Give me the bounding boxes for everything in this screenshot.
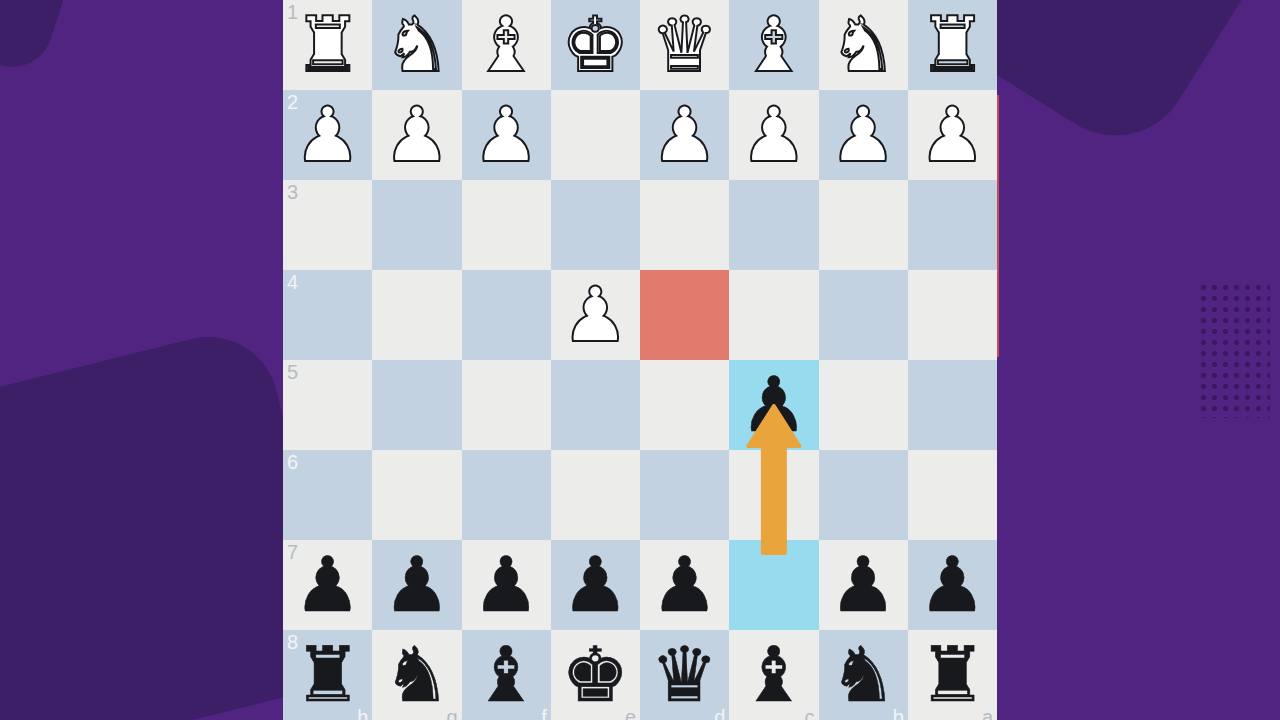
square-d7[interactable]: ♟ — [640, 540, 729, 630]
square-h2[interactable]: 2♟ — [283, 90, 372, 180]
piece-wP-f2[interactable]: ♟ — [462, 90, 551, 180]
square-e7[interactable]: ♟ — [551, 540, 640, 630]
square-h1[interactable]: 1♜ — [283, 0, 372, 90]
square-f7[interactable]: ♟ — [462, 540, 551, 630]
piece-wP-b2[interactable]: ♟ — [819, 90, 908, 180]
square-d8[interactable]: d♛ — [640, 630, 729, 720]
piece-wN-g1[interactable]: ♞ — [372, 0, 461, 90]
square-c5[interactable]: ♟ — [729, 360, 818, 450]
piece-wB-f1[interactable]: ♝ — [462, 0, 551, 90]
piece-bN-b8[interactable]: ♞ — [819, 630, 908, 720]
square-g8[interactable]: g♞ — [372, 630, 461, 720]
square-a7[interactable]: ♟ — [908, 540, 997, 630]
chess-board[interactable]: 1♜♞♝♚♛♝♞♜2♟♟♟♟♟♟♟34♟5♟67♟♟♟♟♟♟♟8h♜g♞f♝e♚… — [283, 0, 997, 720]
piece-wR-h1[interactable]: ♜ — [283, 0, 372, 90]
square-c7[interactable] — [729, 540, 818, 630]
square-f4[interactable] — [462, 270, 551, 360]
square-a8[interactable]: a♜ — [908, 630, 997, 720]
square-f6[interactable] — [462, 450, 551, 540]
piece-wK-e1[interactable]: ♚ — [551, 0, 640, 90]
square-g6[interactable] — [372, 450, 461, 540]
square-d4[interactable] — [640, 270, 729, 360]
piece-wN-b1[interactable]: ♞ — [819, 0, 908, 90]
piece-bP-e7[interactable]: ♟ — [551, 540, 640, 630]
square-f2[interactable]: ♟ — [462, 90, 551, 180]
square-e2[interactable] — [551, 90, 640, 180]
decor-dot-grid — [1198, 282, 1270, 418]
square-h8[interactable]: 8h♜ — [283, 630, 372, 720]
piece-bP-g7[interactable]: ♟ — [372, 540, 461, 630]
square-h6[interactable]: 6 — [283, 450, 372, 540]
decor-rounded-shape-top-left — [0, 0, 75, 77]
square-a2[interactable]: ♟ — [908, 90, 997, 180]
piece-bB-c8[interactable]: ♝ — [729, 630, 818, 720]
piece-wP-h2[interactable]: ♟ — [283, 90, 372, 180]
square-d3[interactable] — [640, 180, 729, 270]
square-c1[interactable]: ♝ — [729, 0, 818, 90]
square-a1[interactable]: ♜ — [908, 0, 997, 90]
piece-bP-c5[interactable]: ♟ — [729, 360, 818, 450]
square-g2[interactable]: ♟ — [372, 90, 461, 180]
piece-bP-a7[interactable]: ♟ — [908, 540, 997, 630]
square-d2[interactable]: ♟ — [640, 90, 729, 180]
rank-label-6: 6 — [287, 451, 298, 473]
square-d5[interactable] — [640, 360, 729, 450]
piece-bQ-d8[interactable]: ♛ — [640, 630, 729, 720]
square-e1[interactable]: ♚ — [551, 0, 640, 90]
square-g1[interactable]: ♞ — [372, 0, 461, 90]
square-b1[interactable]: ♞ — [819, 0, 908, 90]
square-b4[interactable] — [819, 270, 908, 360]
piece-wP-e4[interactable]: ♟ — [551, 270, 640, 360]
square-b6[interactable] — [819, 450, 908, 540]
square-a6[interactable] — [908, 450, 997, 540]
square-e8[interactable]: e♚ — [551, 630, 640, 720]
square-g5[interactable] — [372, 360, 461, 450]
square-c3[interactable] — [729, 180, 818, 270]
piece-bB-f8[interactable]: ♝ — [462, 630, 551, 720]
square-h4[interactable]: 4 — [283, 270, 372, 360]
square-d6[interactable] — [640, 450, 729, 540]
square-a4[interactable] — [908, 270, 997, 360]
square-e3[interactable] — [551, 180, 640, 270]
piece-bN-g8[interactable]: ♞ — [372, 630, 461, 720]
rank-label-5: 5 — [287, 361, 298, 383]
square-g3[interactable] — [372, 180, 461, 270]
square-c6[interactable] — [729, 450, 818, 540]
piece-bP-f7[interactable]: ♟ — [462, 540, 551, 630]
piece-wR-a1[interactable]: ♜ — [908, 0, 997, 90]
square-b8[interactable]: b♞ — [819, 630, 908, 720]
piece-bP-b7[interactable]: ♟ — [819, 540, 908, 630]
square-e4[interactable]: ♟ — [551, 270, 640, 360]
piece-bK-e8[interactable]: ♚ — [551, 630, 640, 720]
square-g4[interactable] — [372, 270, 461, 360]
piece-bP-d7[interactable]: ♟ — [640, 540, 729, 630]
square-b7[interactable]: ♟ — [819, 540, 908, 630]
piece-bR-h8[interactable]: ♜ — [283, 630, 372, 720]
rank-label-3: 3 — [287, 181, 298, 203]
piece-wQ-d1[interactable]: ♛ — [640, 0, 729, 90]
square-h3[interactable]: 3 — [283, 180, 372, 270]
piece-bR-a8[interactable]: ♜ — [908, 630, 997, 720]
square-b3[interactable] — [819, 180, 908, 270]
piece-wP-c2[interactable]: ♟ — [729, 90, 818, 180]
screen-artifact-red-line — [997, 95, 999, 357]
piece-bP-h7[interactable]: ♟ — [283, 540, 372, 630]
square-f8[interactable]: f♝ — [462, 630, 551, 720]
piece-wP-a2[interactable]: ♟ — [908, 90, 997, 180]
square-f1[interactable]: ♝ — [462, 0, 551, 90]
square-d1[interactable]: ♛ — [640, 0, 729, 90]
piece-wP-d2[interactable]: ♟ — [640, 90, 729, 180]
square-f3[interactable] — [462, 180, 551, 270]
square-b5[interactable] — [819, 360, 908, 450]
square-f5[interactable] — [462, 360, 551, 450]
piece-wP-g2[interactable]: ♟ — [372, 90, 461, 180]
square-c4[interactable] — [729, 270, 818, 360]
rank-label-4: 4 — [287, 271, 298, 293]
square-h5[interactable]: 5 — [283, 360, 372, 450]
piece-wB-c1[interactable]: ♝ — [729, 0, 818, 90]
square-a5[interactable] — [908, 360, 997, 450]
square-a3[interactable] — [908, 180, 997, 270]
square-g7[interactable]: ♟ — [372, 540, 461, 630]
square-e6[interactable] — [551, 450, 640, 540]
square-c8[interactable]: c♝ — [729, 630, 818, 720]
square-b2[interactable]: ♟ — [819, 90, 908, 180]
square-e5[interactable] — [551, 360, 640, 450]
square-c2[interactable]: ♟ — [729, 90, 818, 180]
square-h7[interactable]: 7♟ — [283, 540, 372, 630]
